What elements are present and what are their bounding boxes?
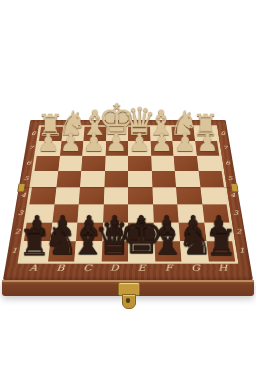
board-frame: ♜♞♝♚♛♝♞♜♟♟♟♟♟♟♟♟♟♟♟♟♟♟♟♟♜♞♝♛♚♝♞♜ ABCDEFG… xyxy=(3,120,253,280)
square-e4[interactable] xyxy=(128,187,153,204)
square-d7[interactable]: ♟ xyxy=(105,141,128,156)
square-e5[interactable] xyxy=(128,171,152,187)
square-h4[interactable] xyxy=(200,187,227,204)
fold-seam xyxy=(19,187,238,188)
square-f7[interactable]: ♟ xyxy=(150,141,173,156)
square-a6[interactable] xyxy=(34,156,59,171)
file-label-h: H xyxy=(209,263,238,280)
square-h7[interactable]: ♟ xyxy=(195,141,219,156)
piece-light-pawn[interactable]: ♟ xyxy=(60,130,82,155)
rank-label-right-7: 7 xyxy=(219,141,232,156)
piece-light-pawn[interactable]: ♟ xyxy=(37,130,59,155)
file-label-d: D xyxy=(101,263,129,280)
rank-label-right-1: 1 xyxy=(234,241,250,261)
rank-label-left-8: 8 xyxy=(27,127,40,141)
square-b6[interactable] xyxy=(58,156,83,171)
square-d5[interactable] xyxy=(104,171,128,187)
rank-label-right-5: 5 xyxy=(223,171,237,187)
rank-label-right-6: 6 xyxy=(221,156,234,171)
square-b7[interactable]: ♟ xyxy=(60,141,84,156)
file-label-c: C xyxy=(73,263,101,280)
square-c4[interactable] xyxy=(79,187,104,204)
square-g4[interactable] xyxy=(176,187,202,204)
rank-label-right-2: 2 xyxy=(231,222,246,241)
rank-label-right-8: 8 xyxy=(216,127,229,141)
square-g7[interactable]: ♟ xyxy=(173,141,197,156)
chess-board: ♜♞♝♚♛♝♞♜♟♟♟♟♟♟♟♟♟♟♟♟♟♟♟♟♜♞♝♛♚♝♞♜ ABCDEFG… xyxy=(3,120,253,280)
square-b4[interactable] xyxy=(54,187,80,204)
file-label-a: A xyxy=(18,263,47,280)
square-e6[interactable] xyxy=(128,156,151,171)
square-b5[interactable] xyxy=(56,171,81,187)
square-h5[interactable] xyxy=(198,171,224,187)
square-f6[interactable] xyxy=(151,156,175,171)
square-a4[interactable] xyxy=(29,187,56,204)
file-label-e: E xyxy=(128,263,156,280)
file-label-f: F xyxy=(155,263,183,280)
piece-light-pawn[interactable]: ♟ xyxy=(174,130,196,155)
square-c7[interactable]: ♟ xyxy=(82,141,105,156)
square-f4[interactable] xyxy=(152,187,177,204)
square-a5[interactable] xyxy=(32,171,58,187)
square-c5[interactable] xyxy=(80,171,105,187)
board-grid: ♜♞♝♚♛♝♞♜♟♟♟♟♟♟♟♟♟♟♟♟♟♟♟♟♜♞♝♛♚♝♞♜ xyxy=(21,127,235,262)
latch-keyhole-icon xyxy=(126,298,130,303)
square-e7[interactable]: ♟ xyxy=(128,141,151,156)
file-label-g: G xyxy=(182,263,211,280)
piece-light-pawn[interactable]: ♟ xyxy=(151,130,173,155)
rank-label-left-7: 7 xyxy=(24,141,37,156)
square-h1[interactable]: ♜ xyxy=(206,241,235,261)
square-a7[interactable]: ♟ xyxy=(37,141,61,156)
piece-light-pawn[interactable]: ♟ xyxy=(105,130,127,155)
rank-label-left-6: 6 xyxy=(22,156,35,171)
square-h6[interactable] xyxy=(196,156,221,171)
square-d6[interactable] xyxy=(105,156,128,171)
rank-label-right-3: 3 xyxy=(228,204,243,222)
square-g6[interactable] xyxy=(174,156,199,171)
square-f5[interactable] xyxy=(151,171,176,187)
square-g5[interactable] xyxy=(175,171,200,187)
square-d4[interactable] xyxy=(103,187,128,204)
piece-light-pawn[interactable]: ♟ xyxy=(128,130,150,155)
square-c6[interactable] xyxy=(81,156,105,171)
piece-light-pawn[interactable]: ♟ xyxy=(197,130,219,155)
piece-light-pawn[interactable]: ♟ xyxy=(83,130,105,155)
file-label-b: B xyxy=(46,263,75,280)
product-photo-stage: ♜♞♝♚♛♝♞♜♟♟♟♟♟♟♟♟♟♟♟♟♟♟♟♟♜♞♝♛♚♝♞♜ ABCDEFG… xyxy=(0,0,256,390)
square-g1[interactable]: ♞ xyxy=(180,241,208,261)
